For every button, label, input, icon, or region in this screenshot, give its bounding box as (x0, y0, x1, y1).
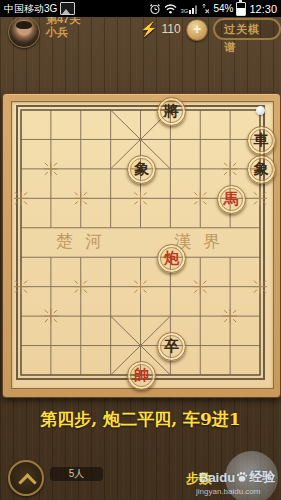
clock-time: 12:30 (249, 3, 277, 15)
piece-glyph: 馬 (218, 186, 245, 213)
expand-menu-button[interactable] (8, 460, 44, 496)
black-chariot-piece[interactable]: 車 (247, 126, 276, 155)
add-energy-button[interactable]: + (186, 19, 208, 41)
battery-percent: 54% (213, 3, 233, 14)
board-grid (12, 102, 273, 388)
black-elephant-piece[interactable]: 象 (127, 155, 156, 184)
black-general-piece[interactable]: 將 (157, 97, 186, 126)
battery-icon (236, 2, 246, 16)
black-soldier-piece[interactable]: 卒 (157, 332, 186, 361)
watermark-suffix-text: 经验 (249, 468, 275, 486)
energy-value: 110 (161, 22, 180, 36)
piece-glyph: 卒 (158, 333, 185, 360)
chevron-up-icon (18, 473, 36, 491)
alarm-icon (149, 3, 161, 15)
carrier-label: 中国移动3G (4, 2, 57, 16)
player-rank-label: 小兵 (46, 26, 80, 39)
data-disabled-icon (202, 3, 210, 14)
wifi-icon (164, 4, 177, 14)
players-count-badge: 5人 (50, 467, 103, 481)
watermark-brand-text: Baidu (199, 470, 235, 485)
signal-bars-icon: 3G (180, 3, 199, 14)
board-field[interactable]: 楚河 漢界 將車象象馬炮卒帥 (11, 101, 274, 389)
pass-manual-button[interactable]: 过关棋谱 (213, 18, 281, 40)
piece-glyph: 車 (248, 127, 275, 154)
watermark-url: jingyan.baidu.com (196, 487, 260, 496)
signal-3g-label: 3G (180, 8, 188, 14)
xiangqi-board: 楚河 漢界 將車象象馬炮卒帥 (2, 93, 281, 398)
piece-glyph: 象 (128, 156, 155, 183)
last-move-origin-marker (256, 106, 265, 115)
screenshot-icon (60, 2, 75, 15)
piece-glyph: 將 (158, 98, 185, 125)
black-elephant-piece[interactable]: 象 (247, 155, 276, 184)
red-horse-piece[interactable]: 馬 (217, 185, 246, 214)
energy-bolt-icon: ⚡ (140, 21, 157, 37)
status-bar: 中国移动3G 3G 54% 12:30 (0, 0, 281, 17)
piece-glyph: 炮 (158, 245, 185, 272)
app-screen: 中国移动3G 3G 54% 12:30 (0, 0, 281, 500)
red-general-piece[interactable]: 帥 (127, 361, 156, 390)
red-cannon-piece[interactable]: 炮 (157, 244, 186, 273)
move-annotation: 第四步, 炮二平四, 车9进1 (0, 408, 281, 431)
paw-icon (236, 471, 248, 483)
watermark-brand: Baidu 经验 (199, 468, 275, 486)
piece-glyph: 帥 (128, 362, 155, 389)
piece-glyph: 象 (248, 156, 275, 183)
player-avatar[interactable] (8, 16, 40, 48)
